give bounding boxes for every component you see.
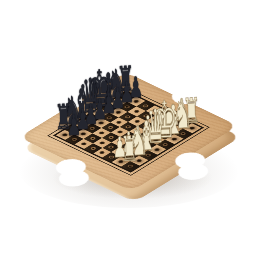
scene: ♜♞♟♝♟♚♟♛♟♝♟♞♟♟♜♟♟♜♟♟♞♟♝♟♚♟♛♟♝♟♞♜ — [0, 0, 256, 256]
product-photo-background: { "game": "chess", "scene": "mini wooden… — [0, 0, 256, 256]
